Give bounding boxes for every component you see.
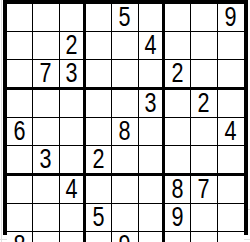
cell-r5c1[interactable]: 6 — [7, 118, 33, 146]
cell-r8c6[interactable] — [139, 204, 165, 232]
cell-r1c1[interactable] — [7, 4, 33, 32]
cell-r6c1[interactable] — [7, 146, 33, 176]
cell-r6c7[interactable] — [165, 146, 191, 176]
given-digit: 5 — [119, 4, 131, 31]
cell-r3c1[interactable] — [7, 60, 33, 90]
given-digit: 9 — [172, 204, 184, 231]
cell-r4c4[interactable] — [86, 90, 112, 118]
cell-r5c2[interactable] — [33, 118, 59, 146]
cell-r7c3[interactable]: 4 — [60, 176, 86, 204]
cell-r2c6[interactable]: 4 — [139, 32, 165, 60]
given-digit: 3 — [40, 146, 52, 173]
cell-r8c4[interactable]: 5 — [86, 204, 112, 232]
given-digit: 2 — [198, 90, 210, 117]
cell-r8c7[interactable]: 9 — [165, 204, 191, 232]
cell-r3c4[interactable] — [86, 60, 112, 90]
given-digit: 2 — [172, 60, 184, 87]
given-digit: 7 — [40, 60, 52, 87]
cell-r8c2[interactable] — [33, 204, 59, 232]
cell-r8c8[interactable] — [191, 204, 217, 232]
cell-r4c1[interactable] — [7, 90, 33, 118]
cell-r5c9[interactable]: 4 — [218, 118, 244, 146]
cell-r1c5[interactable]: 5 — [112, 4, 138, 32]
cell-r4c3[interactable] — [60, 90, 86, 118]
cell-r7c2[interactable] — [33, 176, 59, 204]
cell-r1c7[interactable] — [165, 4, 191, 32]
sudoku-board: 592473232684324875989 — [3, 0, 248, 235]
cell-r7c9[interactable] — [218, 176, 244, 204]
cell-r3c9[interactable] — [218, 60, 244, 90]
cell-r1c8[interactable] — [191, 4, 217, 32]
sudoku-screenshot: 592473232684324875989 — [0, 0, 250, 242]
cell-r7c7[interactable]: 8 — [165, 176, 191, 204]
cell-r1c6[interactable] — [139, 4, 165, 32]
cell-r3c6[interactable] — [139, 60, 165, 90]
cell-r3c7[interactable]: 2 — [165, 60, 191, 90]
given-digit: 3 — [65, 60, 77, 87]
cell-r7c5[interactable] — [112, 176, 138, 204]
cell-r2c3[interactable]: 2 — [60, 32, 86, 60]
cell-r4c9[interactable] — [218, 90, 244, 118]
given-digit: 6 — [14, 118, 26, 145]
cell-r9c2[interactable] — [33, 232, 59, 242]
cell-r4c6[interactable]: 3 — [139, 90, 165, 118]
cell-r2c9[interactable] — [218, 32, 244, 60]
cell-r6c3[interactable] — [60, 146, 86, 176]
cell-r5c8[interactable] — [191, 118, 217, 146]
cell-r6c4[interactable]: 2 — [86, 146, 112, 176]
cell-r9c9[interactable] — [218, 232, 244, 242]
given-digit: 3 — [144, 90, 156, 117]
cell-r9c7[interactable] — [165, 232, 191, 242]
cell-r2c4[interactable] — [86, 32, 112, 60]
cell-r9c5[interactable]: 9 — [112, 232, 138, 242]
given-digit: 4 — [225, 118, 237, 145]
given-digit: 5 — [93, 204, 105, 231]
cell-r4c2[interactable] — [33, 90, 59, 118]
given-digit: 8 — [14, 232, 26, 242]
cell-r9c8[interactable] — [191, 232, 217, 242]
cell-r7c6[interactable] — [139, 176, 165, 204]
cell-r2c7[interactable] — [165, 32, 191, 60]
given-digit: 2 — [65, 32, 77, 59]
given-digit: 9 — [225, 4, 237, 31]
cell-r5c6[interactable] — [139, 118, 165, 146]
cell-r9c4[interactable] — [86, 232, 112, 242]
cell-r2c5[interactable] — [112, 32, 138, 60]
cell-r4c5[interactable] — [112, 90, 138, 118]
cell-r3c5[interactable] — [112, 60, 138, 90]
cell-r4c8[interactable]: 2 — [191, 90, 217, 118]
cell-r7c1[interactable] — [7, 176, 33, 204]
cell-r5c7[interactable] — [165, 118, 191, 146]
given-digit: 9 — [119, 232, 131, 242]
cell-r8c1[interactable] — [7, 204, 33, 232]
given-digit: 8 — [172, 176, 184, 203]
cell-r2c2[interactable] — [33, 32, 59, 60]
given-digit: 2 — [93, 146, 105, 173]
cell-r3c8[interactable] — [191, 60, 217, 90]
cell-r7c8[interactable]: 7 — [191, 176, 217, 204]
given-digit: 4 — [65, 176, 77, 203]
cell-r8c9[interactable] — [218, 204, 244, 232]
cell-r9c6[interactable] — [139, 232, 165, 242]
cell-r9c1[interactable]: 8 — [7, 232, 33, 242]
cell-r6c8[interactable] — [191, 146, 217, 176]
cell-r2c1[interactable] — [7, 32, 33, 60]
given-digit: 4 — [144, 32, 156, 59]
cell-r1c4[interactable] — [86, 4, 112, 32]
cell-r7c4[interactable] — [86, 176, 112, 204]
cell-r6c9[interactable] — [218, 146, 244, 176]
cell-r1c3[interactable] — [60, 4, 86, 32]
cell-r3c2[interactable]: 7 — [33, 60, 59, 90]
cell-r1c9[interactable]: 9 — [218, 4, 244, 32]
cell-r5c5[interactable]: 8 — [112, 118, 138, 146]
cell-r8c3[interactable] — [60, 204, 86, 232]
cell-r5c3[interactable] — [60, 118, 86, 146]
margin-gridline-left — [1, 0, 2, 242]
given-digit: 7 — [198, 176, 210, 203]
cell-r9c3[interactable] — [60, 232, 86, 242]
cell-r8c5[interactable] — [112, 204, 138, 232]
given-digit: 8 — [119, 118, 131, 145]
cell-r5c4[interactable] — [86, 118, 112, 146]
cell-r1c2[interactable] — [33, 4, 59, 32]
cell-r6c5[interactable] — [112, 146, 138, 176]
cell-r6c6[interactable] — [139, 146, 165, 176]
margin-gridline-stub-horizontal — [248, 209, 250, 210]
cell-r3c3[interactable]: 3 — [60, 60, 86, 90]
cell-r2c8[interactable] — [191, 32, 217, 60]
cell-r4c7[interactable] — [165, 90, 191, 118]
cell-r6c2[interactable]: 3 — [33, 146, 59, 176]
